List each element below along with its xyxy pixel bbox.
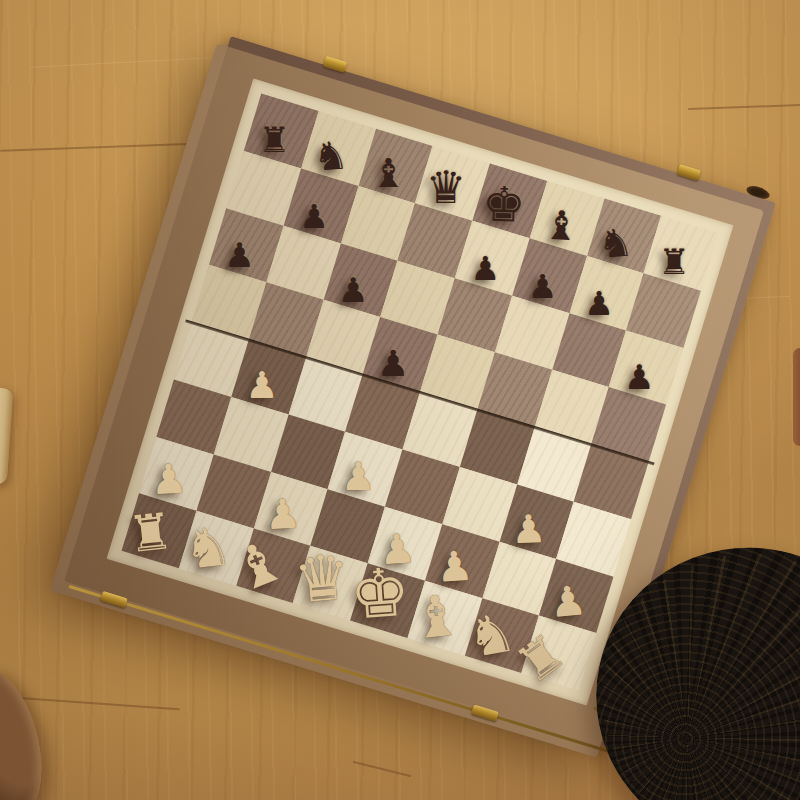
piece-white-p-d3[interactable]: ♟ [341, 457, 376, 496]
piece-black-n-g8[interactable]: ♞ [597, 222, 635, 264]
piece-white-k-e1[interactable]: ♚ [348, 559, 413, 630]
table-plank-seam [353, 761, 412, 777]
piece-black-p-b7[interactable]: ♟ [299, 199, 329, 232]
piece-white-p-h2[interactable]: ♟ [548, 580, 588, 624]
piece-white-p-g3[interactable]: ♟ [511, 509, 547, 549]
brass-clasp [677, 164, 701, 181]
piece-black-p-a6[interactable]: ♟ [224, 238, 254, 272]
photo-scene: ♜♞♝♛♚♝♞♜♟♟♟♟♟♟♟♟♟♟♟♟♟♟♟♟♜♞♝♛♚♝♞♜ [0, 0, 800, 800]
piece-black-r-a8[interactable]: ♜ [259, 123, 290, 158]
brass-hinge [471, 704, 499, 721]
light-wood-sliver [0, 387, 13, 484]
piece-black-p-c6[interactable]: ♟ [338, 273, 368, 307]
piece-black-p-h6[interactable]: ♟ [624, 360, 654, 394]
table-plank-seam [688, 104, 800, 110]
piece-white-r-a1[interactable]: ♜ [126, 506, 176, 560]
wood-sliver-right [793, 348, 800, 446]
piece-black-p-f7[interactable]: ♟ [528, 269, 558, 302]
piece-black-k-e8[interactable]: ♚ [482, 179, 527, 228]
piece-black-p-e7[interactable]: ♟ [470, 252, 500, 285]
piece-black-b-f8[interactable]: ♝ [542, 204, 580, 246]
piece-black-p-g7[interactable]: ♟ [585, 287, 615, 320]
piece-black-n-b8[interactable]: ♞ [312, 135, 350, 176]
piece-black-b-c8[interactable]: ♝ [371, 153, 407, 193]
table-plank-seam [0, 142, 210, 151]
piece-black-p-d5[interactable]: ♟ [377, 346, 409, 382]
brass-hinge [100, 591, 128, 608]
wood-bowl-edge [0, 662, 55, 800]
piece-black-q-d8[interactable]: ♛ [426, 165, 466, 210]
piece-black-r-h8[interactable]: ♜ [659, 245, 690, 280]
piece-white-b-f1[interactable]: ♝ [408, 586, 465, 648]
piece-white-p-b4[interactable]: ♟ [245, 367, 278, 404]
brass-clasp [323, 56, 347, 73]
piece-white-p-a2[interactable]: ♟ [149, 459, 188, 502]
piece-white-q-d1[interactable]: ♛ [291, 545, 353, 613]
